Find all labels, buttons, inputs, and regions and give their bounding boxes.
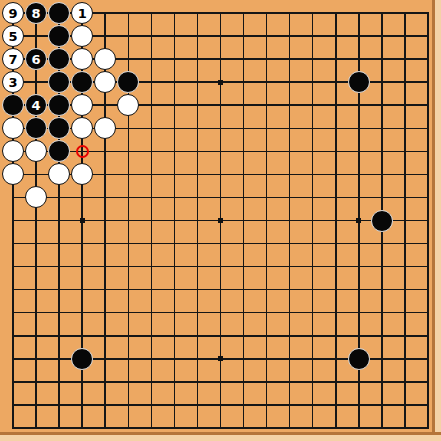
stone-black: [117, 71, 139, 93]
grid-line-horizontal: [12, 243, 429, 245]
hoshi-dot: [218, 218, 223, 223]
stone-black: [48, 25, 70, 47]
stone-black-move-6: 6: [25, 48, 47, 70]
stone-black: [48, 71, 70, 93]
grid-line-horizontal: [12, 381, 429, 383]
stone-black: [71, 348, 93, 370]
stone-white-move-7: 7: [2, 48, 24, 70]
stone-white-move-1: 1: [71, 2, 93, 24]
stone-black: [48, 94, 70, 116]
grid-line-vertical: [243, 12, 245, 429]
stone-white: [71, 163, 93, 185]
stone-white-move-3: 3: [2, 71, 24, 93]
grid-line-horizontal: [12, 335, 429, 337]
grid-line-vertical: [266, 12, 268, 429]
grid-line-horizontal: [12, 266, 429, 268]
go-board[interactable]: 98157634: [0, 0, 441, 441]
grid-line-horizontal: [12, 404, 429, 406]
stone-white: [71, 117, 93, 139]
stone-black: [71, 71, 93, 93]
stone-white: [48, 163, 70, 185]
circled-point-marker: [76, 145, 89, 158]
stone-white: [25, 140, 47, 162]
stone-white: [94, 117, 116, 139]
stone-black: [25, 117, 47, 139]
stone-white: [71, 48, 93, 70]
stone-white-move-5: 5: [2, 25, 24, 47]
grid-line-vertical: [289, 12, 291, 429]
grid-line-vertical: [312, 12, 314, 429]
stone-white-move-9: 9: [2, 2, 24, 24]
grid-line-vertical: [404, 12, 406, 429]
stone-black: [48, 117, 70, 139]
grid-line-vertical: [427, 12, 429, 429]
stone-white: [2, 140, 24, 162]
stone-white: [71, 25, 93, 47]
stone-black: [348, 71, 370, 93]
stone-black-move-8: 8: [25, 2, 47, 24]
stone-black: [48, 140, 70, 162]
stone-white: [25, 186, 47, 208]
stone-black: [348, 348, 370, 370]
stone-black-move-4: 4: [25, 94, 47, 116]
hoshi-dot: [80, 218, 85, 223]
go-diagram: 98157634: [0, 0, 441, 441]
board-edge-right-light: [435, 0, 441, 441]
stone-white: [71, 94, 93, 116]
hoshi-dot: [218, 356, 223, 361]
grid-line-horizontal: [12, 289, 429, 291]
grid-line-horizontal: [12, 312, 429, 314]
grid-line-horizontal: [12, 427, 429, 429]
stone-black: [2, 94, 24, 116]
stone-white: [2, 117, 24, 139]
stone-black: [48, 2, 70, 24]
hoshi-dot: [356, 218, 361, 223]
stone-white: [117, 94, 139, 116]
hoshi-dot: [218, 80, 223, 85]
stone-white: [94, 48, 116, 70]
stone-black: [48, 48, 70, 70]
stone-black: [371, 210, 393, 232]
board-edge-bottom-light: [0, 435, 441, 441]
stone-white: [94, 71, 116, 93]
grid-line-vertical: [335, 12, 337, 429]
stone-white: [2, 163, 24, 185]
